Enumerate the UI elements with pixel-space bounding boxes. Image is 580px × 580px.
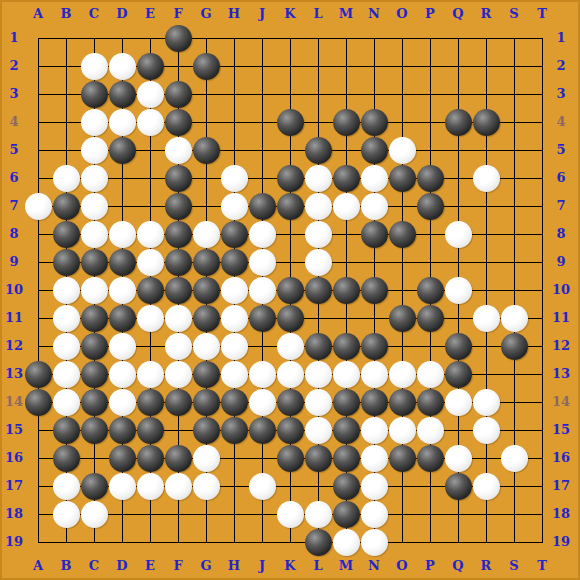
black-stone-G5[interactable] <box>193 137 220 164</box>
column-label-bottom-S: S <box>502 559 526 573</box>
white-stone-N16[interactable] <box>361 445 388 472</box>
column-label-bottom-Q: Q <box>446 559 470 573</box>
white-stone-L8[interactable] <box>305 221 332 248</box>
row-label-right-11: 11 <box>549 311 573 325</box>
black-stone-N4[interactable] <box>361 109 388 136</box>
black-stone-E14[interactable] <box>137 389 164 416</box>
row-label-left-9: 9 <box>2 255 26 269</box>
black-stone-D5[interactable] <box>109 137 136 164</box>
black-stone-C15[interactable] <box>81 417 108 444</box>
black-stone-E2[interactable] <box>137 53 164 80</box>
white-stone-C2[interactable] <box>81 53 108 80</box>
column-label-top-J: J <box>250 7 274 21</box>
row-label-right-7: 7 <box>549 199 573 213</box>
white-stone-O15[interactable] <box>389 417 416 444</box>
black-stone-Q4[interactable] <box>445 109 472 136</box>
black-stone-K16[interactable] <box>277 445 304 472</box>
white-stone-D14[interactable] <box>109 389 136 416</box>
black-stone-L10[interactable] <box>305 277 332 304</box>
row-label-right-16: 16 <box>549 451 573 465</box>
black-stone-C12[interactable] <box>81 333 108 360</box>
row-label-right-15: 15 <box>549 423 573 437</box>
column-label-bottom-H: H <box>222 559 246 573</box>
black-stone-G14[interactable] <box>193 389 220 416</box>
row-label-left-4: 4 <box>2 115 26 129</box>
black-stone-C17[interactable] <box>81 473 108 500</box>
black-stone-F7[interactable] <box>165 193 192 220</box>
black-stone-F4[interactable] <box>165 109 192 136</box>
black-stone-C9[interactable] <box>81 249 108 276</box>
black-stone-C3[interactable] <box>81 81 108 108</box>
column-label-top-B: B <box>54 7 78 21</box>
white-stone-N17[interactable] <box>361 473 388 500</box>
black-stone-H14[interactable] <box>221 389 248 416</box>
column-label-top-F: F <box>166 7 190 21</box>
white-stone-R6[interactable] <box>473 165 500 192</box>
column-label-top-K: K <box>278 7 302 21</box>
white-stone-H11[interactable] <box>221 305 248 332</box>
row-label-left-14: 14 <box>2 395 26 409</box>
white-stone-C7[interactable] <box>81 193 108 220</box>
black-stone-K11[interactable] <box>277 305 304 332</box>
column-label-bottom-A: A <box>26 559 50 573</box>
white-stone-C5[interactable] <box>81 137 108 164</box>
black-stone-D3[interactable] <box>109 81 136 108</box>
row-label-left-2: 2 <box>2 59 26 73</box>
white-stone-E4[interactable] <box>137 109 164 136</box>
black-stone-F10[interactable] <box>165 277 192 304</box>
white-stone-A7[interactable] <box>25 193 52 220</box>
white-stone-E9[interactable] <box>137 249 164 276</box>
column-label-top-M: M <box>334 7 358 21</box>
column-label-top-P: P <box>418 7 442 21</box>
white-stone-D13[interactable] <box>109 361 136 388</box>
black-stone-C13[interactable] <box>81 361 108 388</box>
column-label-bottom-J: J <box>250 559 274 573</box>
column-label-top-R: R <box>474 7 498 21</box>
white-stone-N18[interactable] <box>361 501 388 528</box>
column-label-bottom-K: K <box>278 559 302 573</box>
white-stone-E13[interactable] <box>137 361 164 388</box>
black-stone-O6[interactable] <box>389 165 416 192</box>
white-stone-H12[interactable] <box>221 333 248 360</box>
black-stone-G13[interactable] <box>193 361 220 388</box>
white-stone-G8[interactable] <box>193 221 220 248</box>
black-stone-P16[interactable] <box>417 445 444 472</box>
black-stone-A13[interactable] <box>25 361 52 388</box>
white-stone-O5[interactable] <box>389 137 416 164</box>
white-stone-L15[interactable] <box>305 417 332 444</box>
row-label-left-13: 13 <box>2 367 26 381</box>
white-stone-G16[interactable] <box>193 445 220 472</box>
black-stone-F14[interactable] <box>165 389 192 416</box>
white-stone-J14[interactable] <box>249 389 276 416</box>
black-stone-D16[interactable] <box>109 445 136 472</box>
column-label-bottom-R: R <box>474 559 498 573</box>
row-label-left-19: 19 <box>2 535 26 549</box>
black-stone-G9[interactable] <box>193 249 220 276</box>
white-stone-B6[interactable] <box>53 165 80 192</box>
black-stone-D9[interactable] <box>109 249 136 276</box>
white-stone-H10[interactable] <box>221 277 248 304</box>
white-stone-L6[interactable] <box>305 165 332 192</box>
column-label-bottom-E: E <box>138 559 162 573</box>
column-label-top-S: S <box>502 7 526 21</box>
column-label-top-N: N <box>362 7 386 21</box>
row-label-right-1: 1 <box>549 31 573 45</box>
black-stone-B15[interactable] <box>53 417 80 444</box>
white-stone-N6[interactable] <box>361 165 388 192</box>
black-stone-O8[interactable] <box>389 221 416 248</box>
white-stone-F5[interactable] <box>165 137 192 164</box>
white-stone-K18[interactable] <box>277 501 304 528</box>
white-stone-J13[interactable] <box>249 361 276 388</box>
black-stone-N5[interactable] <box>361 137 388 164</box>
white-stone-B10[interactable] <box>53 277 80 304</box>
black-stone-G10[interactable] <box>193 277 220 304</box>
row-label-right-5: 5 <box>549 143 573 157</box>
white-stone-J10[interactable] <box>249 277 276 304</box>
white-stone-H7[interactable] <box>221 193 248 220</box>
row-label-left-10: 10 <box>2 283 26 297</box>
row-label-left-16: 16 <box>2 451 26 465</box>
black-stone-N14[interactable] <box>361 389 388 416</box>
column-label-top-E: E <box>138 7 162 21</box>
row-label-left-12: 12 <box>2 339 26 353</box>
row-label-right-3: 3 <box>549 87 573 101</box>
black-stone-L5[interactable] <box>305 137 332 164</box>
row-label-left-8: 8 <box>2 227 26 241</box>
row-label-right-10: 10 <box>549 283 573 297</box>
row-label-right-19: 19 <box>549 535 573 549</box>
white-stone-J17[interactable] <box>249 473 276 500</box>
black-stone-M10[interactable] <box>333 277 360 304</box>
column-label-top-A: A <box>26 7 50 21</box>
white-stone-E11[interactable] <box>137 305 164 332</box>
white-stone-Q14[interactable] <box>445 389 472 416</box>
white-stone-D10[interactable] <box>109 277 136 304</box>
row-label-right-13: 13 <box>549 367 573 381</box>
black-stone-Q13[interactable] <box>445 361 472 388</box>
column-label-bottom-L: L <box>306 559 330 573</box>
black-stone-K10[interactable] <box>277 277 304 304</box>
black-stone-S12[interactable] <box>501 333 528 360</box>
black-stone-O14[interactable] <box>389 389 416 416</box>
column-label-bottom-C: C <box>82 559 106 573</box>
white-stone-K12[interactable] <box>277 333 304 360</box>
black-stone-F3[interactable] <box>165 81 192 108</box>
row-label-left-17: 17 <box>2 479 26 493</box>
black-stone-F16[interactable] <box>165 445 192 472</box>
column-label-top-H: H <box>222 7 246 21</box>
white-stone-P15[interactable] <box>417 417 444 444</box>
black-stone-N10[interactable] <box>361 277 388 304</box>
column-label-top-D: D <box>110 7 134 21</box>
row-label-right-4: 4 <box>549 115 573 129</box>
black-stone-O11[interactable] <box>389 305 416 332</box>
white-stone-B13[interactable] <box>53 361 80 388</box>
white-stone-L18[interactable] <box>305 501 332 528</box>
black-stone-B8[interactable] <box>53 221 80 248</box>
row-label-left-6: 6 <box>2 171 26 185</box>
row-label-right-18: 18 <box>549 507 573 521</box>
white-stone-O13[interactable] <box>389 361 416 388</box>
row-label-right-14: 14 <box>549 395 573 409</box>
black-stone-H15[interactable] <box>221 417 248 444</box>
black-stone-D15[interactable] <box>109 417 136 444</box>
black-stone-K6[interactable] <box>277 165 304 192</box>
column-label-top-T: T <box>530 7 554 21</box>
white-stone-P13[interactable] <box>417 361 444 388</box>
black-stone-M18[interactable] <box>333 501 360 528</box>
white-stone-G17[interactable] <box>193 473 220 500</box>
black-stone-J11[interactable] <box>249 305 276 332</box>
black-stone-F9[interactable] <box>165 249 192 276</box>
black-stone-M4[interactable] <box>333 109 360 136</box>
white-stone-B18[interactable] <box>53 501 80 528</box>
column-label-bottom-P: P <box>418 559 442 573</box>
white-stone-Q8[interactable] <box>445 221 472 248</box>
white-stone-D17[interactable] <box>109 473 136 500</box>
black-stone-L16[interactable] <box>305 445 332 472</box>
black-stone-G2[interactable] <box>193 53 220 80</box>
white-stone-N7[interactable] <box>361 193 388 220</box>
black-stone-M12[interactable] <box>333 333 360 360</box>
black-stone-G11[interactable] <box>193 305 220 332</box>
white-stone-R17[interactable] <box>473 473 500 500</box>
black-stone-Q12[interactable] <box>445 333 472 360</box>
column-label-bottom-D: D <box>110 559 134 573</box>
go-board[interactable]: AABBCCDDEEFFGGHHJJKKLLMMNNOOPPQQRRSSTT11… <box>0 0 580 580</box>
white-stone-B14[interactable] <box>53 389 80 416</box>
black-stone-J7[interactable] <box>249 193 276 220</box>
white-stone-M19[interactable] <box>333 529 360 556</box>
black-stone-P10[interactable] <box>417 277 444 304</box>
black-stone-F1[interactable] <box>165 25 192 52</box>
white-stone-Q16[interactable] <box>445 445 472 472</box>
black-stone-M17[interactable] <box>333 473 360 500</box>
white-stone-D12[interactable] <box>109 333 136 360</box>
black-stone-B7[interactable] <box>53 193 80 220</box>
black-stone-M15[interactable] <box>333 417 360 444</box>
black-stone-K15[interactable] <box>277 417 304 444</box>
white-stone-E17[interactable] <box>137 473 164 500</box>
black-stone-C14[interactable] <box>81 389 108 416</box>
row-label-left-1: 1 <box>2 31 26 45</box>
white-stone-M7[interactable] <box>333 193 360 220</box>
black-stone-M16[interactable] <box>333 445 360 472</box>
black-stone-C11[interactable] <box>81 305 108 332</box>
white-stone-D4[interactable] <box>109 109 136 136</box>
white-stone-G12[interactable] <box>193 333 220 360</box>
row-label-right-17: 17 <box>549 479 573 493</box>
white-stone-F11[interactable] <box>165 305 192 332</box>
white-stone-C4[interactable] <box>81 109 108 136</box>
white-stone-D8[interactable] <box>109 221 136 248</box>
white-stone-L13[interactable] <box>305 361 332 388</box>
column-label-bottom-G: G <box>194 559 218 573</box>
white-stone-F13[interactable] <box>165 361 192 388</box>
white-stone-K13[interactable] <box>277 361 304 388</box>
column-label-top-L: L <box>306 7 330 21</box>
white-stone-R14[interactable] <box>473 389 500 416</box>
white-stone-J8[interactable] <box>249 221 276 248</box>
black-stone-H9[interactable] <box>221 249 248 276</box>
white-stone-B12[interactable] <box>53 333 80 360</box>
black-stone-B16[interactable] <box>53 445 80 472</box>
black-stone-N12[interactable] <box>361 333 388 360</box>
column-label-bottom-N: N <box>362 559 386 573</box>
row-label-right-9: 9 <box>549 255 573 269</box>
column-label-bottom-T: T <box>530 559 554 573</box>
black-stone-L19[interactable] <box>305 529 332 556</box>
row-label-left-3: 3 <box>2 87 26 101</box>
black-stone-Q17[interactable] <box>445 473 472 500</box>
black-stone-E15[interactable] <box>137 417 164 444</box>
white-stone-E8[interactable] <box>137 221 164 248</box>
column-label-top-G: G <box>194 7 218 21</box>
black-stone-P6[interactable] <box>417 165 444 192</box>
row-label-left-5: 5 <box>2 143 26 157</box>
white-stone-H6[interactable] <box>221 165 248 192</box>
white-stone-L9[interactable] <box>305 249 332 276</box>
column-label-top-O: O <box>390 7 414 21</box>
black-stone-B9[interactable] <box>53 249 80 276</box>
black-stone-M6[interactable] <box>333 165 360 192</box>
white-stone-L7[interactable] <box>305 193 332 220</box>
row-label-right-6: 6 <box>549 171 573 185</box>
white-stone-R11[interactable] <box>473 305 500 332</box>
white-stone-R15[interactable] <box>473 417 500 444</box>
white-stone-S16[interactable] <box>501 445 528 472</box>
black-stone-H8[interactable] <box>221 221 248 248</box>
row-label-right-2: 2 <box>549 59 573 73</box>
black-stone-O16[interactable] <box>389 445 416 472</box>
black-stone-K4[interactable] <box>277 109 304 136</box>
grid-line-horizontal <box>38 542 543 543</box>
column-label-top-C: C <box>82 7 106 21</box>
white-stone-E3[interactable] <box>137 81 164 108</box>
black-stone-A14[interactable] <box>25 389 52 416</box>
column-label-bottom-M: M <box>334 559 358 573</box>
black-stone-R4[interactable] <box>473 109 500 136</box>
row-label-left-15: 15 <box>2 423 26 437</box>
white-stone-N15[interactable] <box>361 417 388 444</box>
white-stone-Q10[interactable] <box>445 277 472 304</box>
white-stone-S11[interactable] <box>501 305 528 332</box>
row-label-right-8: 8 <box>549 227 573 241</box>
white-stone-L14[interactable] <box>305 389 332 416</box>
column-label-bottom-O: O <box>390 559 414 573</box>
black-stone-P14[interactable] <box>417 389 444 416</box>
white-stone-M13[interactable] <box>333 361 360 388</box>
row-label-left-18: 18 <box>2 507 26 521</box>
row-label-right-12: 12 <box>549 339 573 353</box>
black-stone-L12[interactable] <box>305 333 332 360</box>
white-stone-J9[interactable] <box>249 249 276 276</box>
white-stone-C10[interactable] <box>81 277 108 304</box>
black-stone-K7[interactable] <box>277 193 304 220</box>
black-stone-M14[interactable] <box>333 389 360 416</box>
black-stone-F6[interactable] <box>165 165 192 192</box>
white-stone-H13[interactable] <box>221 361 248 388</box>
white-stone-F12[interactable] <box>165 333 192 360</box>
column-label-bottom-F: F <box>166 559 190 573</box>
column-label-top-Q: Q <box>446 7 470 21</box>
row-label-left-11: 11 <box>2 311 26 325</box>
black-stone-F8[interactable] <box>165 221 192 248</box>
white-stone-C8[interactable] <box>81 221 108 248</box>
black-stone-P7[interactable] <box>417 193 444 220</box>
black-stone-K14[interactable] <box>277 389 304 416</box>
black-stone-E10[interactable] <box>137 277 164 304</box>
white-stone-F17[interactable] <box>165 473 192 500</box>
grid-line-vertical <box>542 38 543 543</box>
black-stone-J15[interactable] <box>249 417 276 444</box>
white-stone-C18[interactable] <box>81 501 108 528</box>
white-stone-N19[interactable] <box>361 529 388 556</box>
black-stone-D11[interactable] <box>109 305 136 332</box>
black-stone-N8[interactable] <box>361 221 388 248</box>
row-label-left-7: 7 <box>2 199 26 213</box>
white-stone-C6[interactable] <box>81 165 108 192</box>
white-stone-D2[interactable] <box>109 53 136 80</box>
black-stone-P11[interactable] <box>417 305 444 332</box>
white-stone-B17[interactable] <box>53 473 80 500</box>
column-label-bottom-B: B <box>54 559 78 573</box>
black-stone-G15[interactable] <box>193 417 220 444</box>
white-stone-B11[interactable] <box>53 305 80 332</box>
black-stone-E16[interactable] <box>137 445 164 472</box>
white-stone-N13[interactable] <box>361 361 388 388</box>
